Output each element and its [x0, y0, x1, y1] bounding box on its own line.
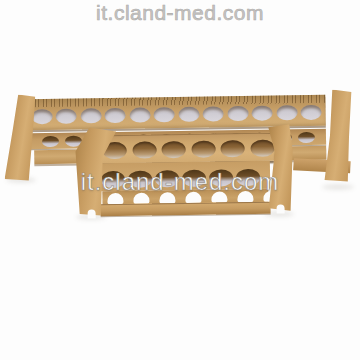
mid-hole [101, 171, 125, 188]
tube-hole [202, 106, 223, 121]
tube-hole [132, 141, 156, 158]
tube-hole [276, 105, 297, 120]
tube-hole [55, 109, 76, 124]
small-rack-middle-rail [100, 161, 270, 192]
small-rack-foot-notch-right [277, 204, 285, 213]
tube-hole [300, 105, 321, 120]
tube-hole [191, 141, 215, 158]
tube-hole [227, 106, 248, 121]
tube-hole [153, 107, 174, 122]
mid-hole [236, 169, 260, 186]
tube-hole [129, 107, 150, 122]
mid-hole [41, 136, 58, 147]
tube-hole [104, 108, 125, 123]
small-rack-top-board [95, 133, 273, 164]
base-arch [159, 192, 175, 203]
tube-hole [162, 141, 186, 158]
base-arch [237, 191, 253, 202]
small-rack-foot-notch-left [88, 209, 96, 218]
mid-hole [128, 171, 152, 188]
tube-hole [178, 107, 199, 122]
tube-hole [80, 108, 101, 123]
mid-hole [182, 170, 206, 187]
mid-hole [298, 132, 315, 143]
watermark-top: it.cland-med.com [0, 1, 360, 25]
base-arch [211, 191, 227, 202]
small-test-tube-rack [71, 122, 296, 222]
tube-hole [251, 140, 275, 157]
tube-hole [221, 140, 245, 157]
product-photo: it.cland-med.com it.cland-med.com [0, 0, 360, 360]
mid-hole [155, 170, 179, 187]
base-arch [185, 192, 201, 203]
tube-hole [251, 106, 272, 121]
small-rack-base-board [100, 202, 270, 217]
base-arch [133, 193, 149, 204]
base-arch [107, 193, 123, 204]
mid-hole [209, 169, 233, 186]
